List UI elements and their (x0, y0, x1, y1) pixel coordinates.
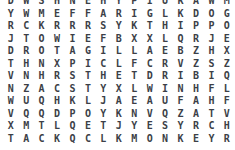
letter-cell[interactable]: H (34, 70, 49, 83)
letter-cell[interactable]: Q (65, 133, 80, 146)
letter-cell[interactable]: V (173, 58, 188, 71)
letter-cell[interactable]: Z (188, 45, 203, 58)
letter-cell[interactable]: H (49, 0, 64, 8)
letter-cell[interactable]: O (34, 45, 49, 58)
letter-cell[interactable]: T (142, 20, 157, 33)
letter-cell[interactable]: V (219, 108, 234, 121)
letter-cell[interactable]: J (3, 33, 18, 46)
letter-cell[interactable]: W (18, 0, 33, 8)
letter-cell[interactable]: C (18, 20, 33, 33)
letter-cell[interactable]: R (157, 58, 172, 71)
letter-cell[interactable]: F (173, 95, 188, 108)
letter-cell[interactable]: B (188, 70, 203, 83)
letter-cell[interactable]: F (204, 83, 219, 96)
letter-cell[interactable]: W (204, 0, 219, 8)
letter-cell[interactable]: O (80, 108, 95, 121)
letter-cell[interactable]: I (157, 83, 172, 96)
letter-cell[interactable]: L (49, 120, 64, 133)
letter-cell[interactable]: H (49, 95, 64, 108)
letter-cell[interactable]: E (142, 120, 157, 133)
letter-cell[interactable]: E (80, 120, 95, 133)
letter-cell[interactable]: L (80, 95, 95, 108)
letter-cell[interactable]: X (3, 120, 18, 133)
letter-cell[interactable]: H (18, 58, 33, 71)
letter-cell[interactable]: Y (96, 83, 111, 96)
letter-cell[interactable]: L (96, 133, 111, 146)
letter-cell[interactable]: E (188, 133, 203, 146)
letter-cell[interactable]: X (127, 33, 142, 46)
letter-cell[interactable]: H (204, 45, 219, 58)
letter-cell[interactable]: Q (34, 108, 49, 121)
letter-cell[interactable]: H (96, 70, 111, 83)
letter-cell[interactable]: L (111, 45, 126, 58)
letter-cell[interactable]: N (173, 83, 188, 96)
letter-cell[interactable]: Q (157, 108, 172, 121)
letter-cell[interactable]: R (80, 20, 95, 33)
letter-cell[interactable]: C (34, 133, 49, 146)
letter-cell[interactable]: N (157, 133, 172, 146)
letter-cell[interactable]: D (142, 70, 157, 83)
letter-cell[interactable]: E (80, 33, 95, 46)
letter-cell[interactable]: M (219, 0, 234, 8)
letter-cell[interactable]: T (49, 45, 64, 58)
letter-cell[interactable]: A (188, 108, 203, 121)
letter-cell[interactable]: T (80, 70, 95, 83)
letter-cell[interactable]: R (219, 133, 234, 146)
letter-cell[interactable]: K (111, 108, 126, 121)
letter-cell[interactable]: G (219, 8, 234, 21)
letter-cell[interactable]: U (157, 0, 172, 8)
letter-cell[interactable]: U (157, 95, 172, 108)
letter-cell[interactable]: E (111, 70, 126, 83)
letter-cell[interactable]: G (80, 45, 95, 58)
letter-cell[interactable]: R (157, 70, 172, 83)
letter-cell[interactable]: I (173, 70, 188, 83)
letter-cell[interactable]: C (204, 120, 219, 133)
letter-cell[interactable]: T (80, 83, 95, 96)
letter-cell[interactable]: X (49, 58, 64, 71)
letter-cell[interactable]: H (157, 20, 172, 33)
letter-cell[interactable]: N (34, 58, 49, 71)
letter-cell[interactable]: R (111, 8, 126, 21)
letter-cell[interactable]: Z (18, 83, 33, 96)
letter-cell[interactable]: S (65, 83, 80, 96)
letter-cell[interactable]: K (127, 20, 142, 33)
letter-cell[interactable]: L (111, 58, 126, 71)
letter-cell[interactable]: A (188, 95, 203, 108)
letter-cell[interactable]: N (3, 83, 18, 96)
letter-cell[interactable]: C (142, 58, 157, 71)
letter-cell[interactable]: W (18, 8, 33, 21)
letter-cell[interactable]: A (188, 0, 203, 8)
letter-cell[interactable]: P (65, 108, 80, 121)
letter-cell[interactable]: Q (219, 70, 234, 83)
letter-cell[interactable]: A (96, 8, 111, 21)
letter-cell[interactable]: A (111, 95, 126, 108)
letter-cell[interactable]: T (127, 70, 142, 83)
letter-cell[interactable]: L (157, 8, 172, 21)
letter-cell[interactable]: R (188, 33, 203, 46)
letter-cell[interactable]: F (219, 95, 234, 108)
letter-cell[interactable]: Y (96, 108, 111, 121)
letter-cell[interactable]: T (3, 58, 18, 71)
letter-cell[interactable]: I (127, 8, 142, 21)
letter-cell[interactable]: K (49, 133, 64, 146)
letter-cell[interactable]: K (173, 133, 188, 146)
letter-cell[interactable]: I (96, 45, 111, 58)
letter-cell[interactable]: A (34, 83, 49, 96)
letter-cell[interactable]: Q (65, 120, 80, 133)
letter-cell[interactable]: X (219, 45, 234, 58)
letter-cell[interactable]: X (142, 33, 157, 46)
letter-cell[interactable]: P (204, 20, 219, 33)
letter-cell[interactable]: F (127, 58, 142, 71)
letter-cell[interactable]: E (127, 95, 142, 108)
letter-cell[interactable]: T (3, 133, 18, 146)
letter-cell[interactable]: M (127, 133, 142, 146)
letter-cell[interactable]: Z (188, 58, 203, 71)
letter-cell[interactable]: Z (219, 58, 234, 71)
letter-cell[interactable]: R (18, 45, 33, 58)
letter-cell[interactable]: K (173, 8, 188, 21)
letter-cell[interactable]: C (96, 58, 111, 71)
letter-cell[interactable]: C (49, 83, 64, 96)
letter-cell[interactable]: K (34, 20, 49, 33)
letter-cell[interactable]: S (96, 20, 111, 33)
letter-cell[interactable]: E (80, 0, 95, 8)
letter-cell[interactable]: G (142, 8, 157, 21)
letter-cell[interactable]: M (34, 8, 49, 21)
letter-cell[interactable]: J (204, 33, 219, 46)
letter-cell[interactable]: U (18, 95, 33, 108)
letter-cell[interactable]: F (96, 33, 111, 46)
letter-cell[interactable]: T (96, 120, 111, 133)
letter-cell[interactable]: Y (111, 0, 126, 8)
letter-cell[interactable]: N (18, 70, 33, 83)
letter-cell[interactable]: N (65, 0, 80, 8)
letter-cell[interactable]: O (34, 33, 49, 46)
letter-cell[interactable]: S (34, 0, 49, 8)
letter-cell[interactable]: V (3, 70, 18, 83)
letter-cell[interactable]: O (204, 8, 219, 21)
letter-cell[interactable]: N (127, 108, 142, 121)
letter-cell[interactable]: V (3, 108, 18, 121)
letter-cell[interactable]: D (188, 8, 203, 21)
letter-cell[interactable]: Z (173, 108, 188, 121)
letter-cell[interactable]: J (111, 120, 126, 133)
letter-cell[interactable]: Y (111, 20, 126, 33)
letter-cell[interactable]: A (18, 133, 33, 146)
letter-cell[interactable]: T (34, 120, 49, 133)
letter-cell[interactable]: A (142, 45, 157, 58)
letter-cell[interactable]: S (204, 58, 219, 71)
letter-cell[interactable]: J (96, 95, 111, 108)
letter-cell[interactable]: P (188, 20, 203, 33)
letter-cell[interactable]: O (219, 20, 234, 33)
letter-cell[interactable]: D (3, 45, 18, 58)
letter-cell[interactable]: H (96, 0, 111, 8)
letter-cell[interactable]: I (204, 70, 219, 83)
letter-cell[interactable]: L (157, 33, 172, 46)
letter-cell[interactable]: S (157, 120, 172, 133)
letter-cell[interactable]: Q (34, 95, 49, 108)
letter-cell[interactable]: B (111, 33, 126, 46)
letter-cell[interactable]: T (18, 33, 33, 46)
letter-cell[interactable]: I (80, 58, 95, 71)
letter-cell[interactable]: Q (173, 33, 188, 46)
letter-cell[interactable]: I (142, 0, 157, 8)
letter-cell[interactable]: F (80, 8, 95, 21)
letter-cell[interactable]: Q (18, 108, 33, 121)
letter-cell[interactable]: R (173, 0, 188, 8)
letter-cell[interactable]: P (65, 58, 80, 71)
letter-cell[interactable]: E (219, 33, 234, 46)
letter-cell[interactable]: I (173, 20, 188, 33)
letter-cell[interactable]: W (142, 83, 157, 96)
letter-cell[interactable]: Y (127, 120, 142, 133)
letter-cell[interactable]: K (65, 95, 80, 108)
letter-cell[interactable]: H (204, 95, 219, 108)
letter-cell[interactable]: L (127, 83, 142, 96)
letter-cell[interactable]: Y (204, 133, 219, 146)
letter-cell[interactable]: V (142, 108, 157, 121)
letter-cell[interactable]: C (80, 133, 95, 146)
letter-cell[interactable]: R (49, 20, 64, 33)
letter-cell[interactable]: M (18, 120, 33, 133)
letter-cell[interactable]: H (188, 83, 203, 96)
letter-cell[interactable]: H (219, 120, 234, 133)
letter-cell[interactable]: D (49, 108, 64, 121)
letter-cell[interactable]: X (111, 83, 126, 96)
letter-cell[interactable]: B (173, 45, 188, 58)
letter-cell[interactable]: W (3, 95, 18, 108)
letter-cell[interactable]: R (188, 120, 203, 133)
letter-cell[interactable]: E (157, 45, 172, 58)
letter-cell[interactable]: R (3, 20, 18, 33)
letter-cell[interactable]: W (49, 33, 64, 46)
letter-cell[interactable]: E (49, 8, 64, 21)
letter-cell[interactable]: Y (173, 120, 188, 133)
letter-cell[interactable]: I (65, 33, 80, 46)
letter-cell[interactable]: P (127, 0, 142, 8)
letter-cell[interactable]: Y (3, 8, 18, 21)
letter-cell[interactable]: A (65, 45, 80, 58)
letter-cell[interactable]: A (142, 95, 157, 108)
letter-cell[interactable]: R (49, 70, 64, 83)
letter-cell[interactable]: R (65, 20, 80, 33)
letter-cell[interactable]: K (111, 133, 126, 146)
letter-cell[interactable]: L (127, 45, 142, 58)
word-search-grid: DWSHNEHYPIURAWMYWMEFFARIGLKDOGRCKRRRSYKT… (3, 0, 235, 145)
letter-cell[interactable]: L (219, 83, 234, 96)
letter-cell[interactable]: T (204, 108, 219, 121)
letter-cell[interactable]: D (3, 0, 18, 8)
letter-cell[interactable]: F (65, 8, 80, 21)
letter-cell[interactable]: O (142, 133, 157, 146)
letter-cell[interactable]: S (65, 70, 80, 83)
